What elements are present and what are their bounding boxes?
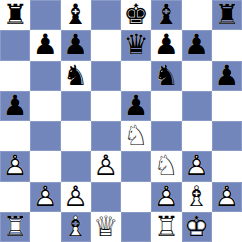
square-g5[interactable] [182,91,212,121]
square-c8[interactable]: ♗♝ [61,0,91,30]
square-c7[interactable]: ♙♟ [61,30,91,60]
piece-white-pawn-d3: ♟♙ [91,151,121,181]
piece-glyph: ♜ [214,0,239,30]
square-e3[interactable] [121,151,151,181]
piece-black-queen-e7: ♕♛ [121,30,151,60]
piece-white-knight-f3: ♞♘ [151,151,181,181]
square-h3[interactable] [212,151,242,181]
square-e5[interactable]: ♙♟ [121,91,151,121]
square-d7[interactable] [91,30,121,60]
square-a7[interactable] [0,30,30,60]
piece-glyph: ♖ [3,212,28,242]
piece-glyph: ♗ [63,212,88,242]
square-e8[interactable]: ♔♚ [121,0,151,30]
square-g6[interactable] [182,61,212,91]
piece-white-rook-f1: ♜♖ [151,212,181,242]
piece-white-queen-d1: ♛♕ [91,212,121,242]
square-f3[interactable]: ♞♘ [151,151,181,181]
piece-glyph: ♚ [124,0,149,30]
piece-white-pawn-g3: ♟♙ [182,151,212,181]
square-d6[interactable] [91,61,121,91]
piece-glyph: ♝ [154,0,179,30]
square-d3[interactable]: ♟♙ [91,151,121,181]
square-b3[interactable] [30,151,60,181]
piece-white-rook-a1: ♜♖ [0,212,30,242]
square-d5[interactable] [91,91,121,121]
square-b6[interactable] [30,61,60,91]
square-d2[interactable] [91,182,121,212]
square-f8[interactable]: ♗♝ [151,0,181,30]
square-h2[interactable]: ♟♙ [212,182,242,212]
square-a2[interactable] [0,182,30,212]
square-f7[interactable]: ♙♟ [151,30,181,60]
square-b5[interactable] [30,91,60,121]
square-b7[interactable]: ♙♟ [30,30,60,60]
chess-board: ♖♜♗♝♔♚♗♝♖♜♙♟♙♟♕♛♙♟♙♟♘♞♘♞♙♟♙♟♙♟♞♘♟♙♟♙♞♘♟♙… [0,0,242,242]
square-g8[interactable] [182,0,212,30]
piece-glyph: ♗ [184,182,209,212]
piece-white-pawn-a3: ♟♙ [0,151,30,181]
piece-glyph: ♙ [33,182,58,212]
piece-glyph: ♟ [3,91,28,121]
piece-black-king-e8: ♔♚ [121,0,151,30]
square-a4[interactable] [0,121,30,151]
piece-black-pawn-g7: ♙♟ [182,30,212,60]
piece-white-bishop-g2: ♝♗ [182,182,212,212]
square-h5[interactable] [212,91,242,121]
square-c1[interactable]: ♝♗ [61,212,91,242]
piece-glyph: ♖ [154,212,179,242]
square-a5[interactable]: ♙♟ [0,91,30,121]
square-h1[interactable] [212,212,242,242]
square-c6[interactable]: ♘♞ [61,61,91,91]
square-f2[interactable]: ♟♙ [151,182,181,212]
piece-glyph: ♟ [214,61,239,91]
square-h8[interactable]: ♖♜ [212,0,242,30]
square-h7[interactable] [212,30,242,60]
square-b4[interactable] [30,121,60,151]
piece-glyph: ♟ [184,30,209,60]
square-b8[interactable] [30,0,60,30]
square-c3[interactable] [61,151,91,181]
piece-black-pawn-e5: ♙♟ [121,91,151,121]
piece-black-pawn-b7: ♙♟ [30,30,60,60]
square-c5[interactable] [61,91,91,121]
piece-glyph: ♔ [184,212,209,242]
square-e2[interactable] [121,182,151,212]
square-g3[interactable]: ♟♙ [182,151,212,181]
square-b1[interactable] [30,212,60,242]
square-g4[interactable] [182,121,212,151]
piece-black-rook-a8: ♖♜ [0,0,30,30]
piece-glyph: ♟ [124,91,149,121]
piece-white-pawn-b2: ♟♙ [30,182,60,212]
piece-glyph: ♙ [214,182,239,212]
piece-black-knight-f6: ♘♞ [151,61,181,91]
piece-glyph: ♞ [154,61,179,91]
piece-black-bishop-f8: ♗♝ [151,0,181,30]
square-g1[interactable]: ♚♔ [182,212,212,242]
square-d8[interactable] [91,0,121,30]
square-e1[interactable] [121,212,151,242]
square-c2[interactable]: ♟♙ [61,182,91,212]
piece-white-knight-e4: ♞♘ [121,121,151,151]
piece-glyph: ♝ [63,0,88,30]
piece-glyph: ♘ [124,121,149,151]
piece-glyph: ♟ [33,30,58,60]
piece-glyph: ♙ [93,151,118,181]
square-e4[interactable]: ♞♘ [121,121,151,151]
piece-white-pawn-c2: ♟♙ [61,182,91,212]
square-f1[interactable]: ♜♖ [151,212,181,242]
square-c4[interactable] [61,121,91,151]
square-d4[interactable] [91,121,121,151]
piece-glyph: ♘ [154,151,179,181]
piece-glyph: ♟ [154,30,179,60]
square-h4[interactable] [212,121,242,151]
piece-black-rook-h8: ♖♜ [212,0,242,30]
square-a1[interactable]: ♜♖ [0,212,30,242]
piece-glyph: ♟ [63,30,88,60]
square-b2[interactable]: ♟♙ [30,182,60,212]
square-e7[interactable]: ♕♛ [121,30,151,60]
piece-black-pawn-f7: ♙♟ [151,30,181,60]
piece-white-pawn-h2: ♟♙ [212,182,242,212]
square-a8[interactable]: ♖♜ [0,0,30,30]
piece-glyph: ♙ [63,182,88,212]
square-f4[interactable] [151,121,181,151]
piece-glyph: ♞ [63,61,88,91]
piece-black-bishop-c8: ♗♝ [61,0,91,30]
piece-glyph: ♙ [154,182,179,212]
square-g2[interactable]: ♝♗ [182,182,212,212]
piece-white-pawn-f2: ♟♙ [151,182,181,212]
piece-glyph: ♜ [3,0,28,30]
piece-white-king-g1: ♚♔ [182,212,212,242]
piece-black-pawn-a5: ♙♟ [0,91,30,121]
piece-black-pawn-h6: ♙♟ [212,61,242,91]
piece-glyph: ♛ [124,30,149,60]
piece-white-bishop-c1: ♝♗ [61,212,91,242]
piece-glyph: ♙ [184,151,209,181]
square-h6[interactable]: ♙♟ [212,61,242,91]
square-a6[interactable] [0,61,30,91]
square-e6[interactable] [121,61,151,91]
square-f6[interactable]: ♘♞ [151,61,181,91]
piece-black-knight-c6: ♘♞ [61,61,91,91]
square-g7[interactable]: ♙♟ [182,30,212,60]
piece-glyph: ♙ [3,151,28,181]
square-f5[interactable] [151,91,181,121]
piece-black-pawn-c7: ♙♟ [61,30,91,60]
square-a3[interactable]: ♟♙ [0,151,30,181]
square-d1[interactable]: ♛♕ [91,212,121,242]
piece-glyph: ♕ [93,212,118,242]
